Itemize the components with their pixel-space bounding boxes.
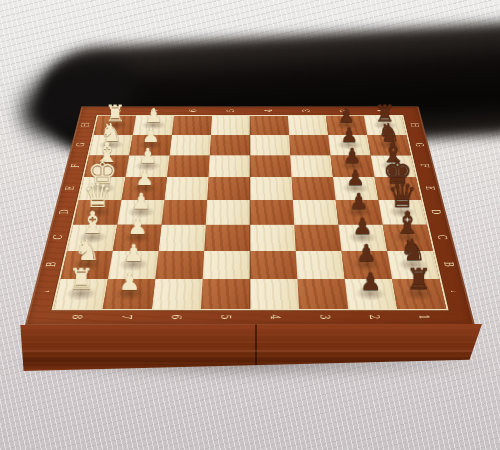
piece-white-pawn-c7: ♟ (127, 215, 147, 237)
piece-white-pawn-h7: ♟ (145, 106, 162, 125)
piece-black-rook-a1: ♜ (406, 265, 432, 294)
coordinate-label: 6 (184, 102, 202, 120)
piece-black-pawn-a2: ♟ (360, 270, 382, 294)
piece-black-pawn-g2: ♟ (340, 125, 358, 145)
square-e3 (292, 177, 336, 200)
piece-white-knight-b8: ♞ (74, 235, 101, 265)
chess-board: ♜♟♟♜♞♟♟♞♝♟♟♝♚♟♟♚♛♟♟♛♝♟♟♝♞♟♟♞♜♟♟♜ 8765432… (25, 107, 475, 325)
piece-white-pawn-d7: ♟ (131, 190, 151, 212)
square-f6 (167, 155, 210, 177)
square-c6 (159, 225, 206, 251)
square-b4 (250, 251, 297, 279)
square-d5 (206, 200, 250, 225)
square-g5 (210, 135, 250, 155)
square-c4 (250, 225, 296, 251)
piece-black-pawn-b2: ♟ (356, 241, 377, 264)
board-perspective-wrap: ♜♟♟♜♞♟♟♞♝♟♟♝♚♟♟♚♛♟♟♛♝♟♟♝♞♟♟♞♜♟♟♜ 8765432… (0, 0, 500, 450)
square-c5 (204, 225, 250, 251)
piece-black-pawn-c2: ♟ (352, 215, 372, 237)
piece-black-knight-b1: ♞ (400, 235, 427, 265)
square-g6 (169, 135, 210, 155)
piece-black-pawn-h2: ♟ (338, 106, 355, 125)
coordinates-near-edge: 87654321 (50, 310, 450, 324)
square-f4 (250, 155, 292, 177)
board-front-fold-seam (255, 324, 257, 371)
piece-white-pawn-f7: ♟ (139, 146, 157, 166)
coordinate-label: A (430, 287, 481, 300)
square-d4 (250, 200, 294, 225)
square-d3 (293, 200, 339, 225)
square-c3 (294, 225, 341, 251)
coordinate-label: 4 (260, 102, 277, 120)
chess-set-photo: ♜♟♟♜♞♟♟♞♝♟♟♝♚♟♟♚♛♟♟♛♝♟♟♝♞♟♟♞♜♟♟♜ 8765432… (0, 0, 500, 450)
square-f5 (208, 155, 250, 177)
coordinates-far-edge: 87654321 (98, 107, 402, 115)
square-g3 (289, 135, 330, 155)
piece-white-pawn-e7: ♟ (135, 167, 154, 188)
piece-black-pawn-d2: ♟ (349, 190, 369, 212)
piece-white-pawn-g7: ♟ (142, 125, 160, 145)
coordinate-label: 3 (298, 102, 316, 120)
square-e5 (207, 177, 250, 200)
piece-black-pawn-f2: ♟ (343, 146, 361, 166)
piece-white-pawn-a7: ♟ (119, 270, 141, 294)
board-fold-seam (249, 116, 251, 309)
square-b3 (296, 251, 345, 279)
square-e6 (164, 177, 208, 200)
piece-white-rook-a8: ♜ (68, 265, 94, 294)
coordinate-label: 5 (222, 102, 239, 120)
square-g4 (250, 135, 290, 155)
square-b6 (155, 251, 204, 279)
coordinate-label: A (19, 287, 70, 300)
board-front-highlight (18, 350, 482, 352)
square-b5 (203, 251, 250, 279)
piece-black-pawn-e2: ♟ (346, 167, 365, 188)
piece-white-pawn-b7: ♟ (123, 241, 144, 264)
square-f3 (290, 155, 333, 177)
square-d6 (162, 200, 208, 225)
square-e4 (250, 177, 293, 200)
